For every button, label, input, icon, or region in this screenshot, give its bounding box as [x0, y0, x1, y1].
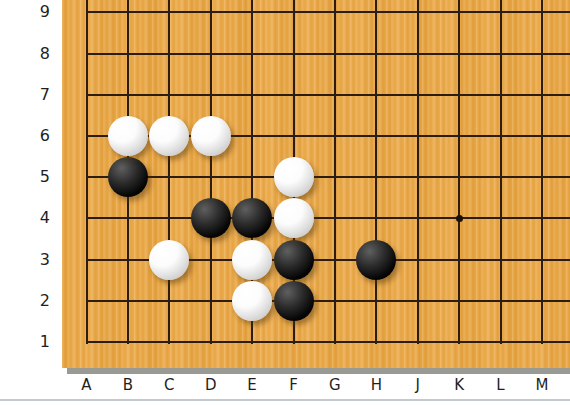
grid-line-vertical-A [86, 0, 88, 344]
go-board-panel: 987654321 ABCDEFGHJKLM [0, 0, 570, 405]
black-stone-E4[interactable] [232, 198, 272, 238]
column-label-J: J [403, 376, 433, 394]
white-stone-F4[interactable] [274, 198, 314, 238]
column-label-K: K [444, 376, 474, 394]
black-stone-F3[interactable] [274, 240, 314, 280]
row-label-9: 9 [0, 1, 50, 23]
white-stone-E2[interactable] [232, 281, 272, 321]
go-board[interactable] [62, 0, 570, 368]
black-stone-F2[interactable] [274, 281, 314, 321]
grid-line-horizontal-5 [86, 176, 570, 178]
row-label-3: 3 [0, 249, 50, 271]
white-stone-B6[interactable] [108, 116, 148, 156]
column-label-H: H [361, 376, 391, 394]
row-label-2: 2 [0, 290, 50, 312]
grid-line-vertical-C [168, 0, 170, 344]
row-label-5: 5 [0, 166, 50, 188]
grid-line-vertical-L [500, 0, 502, 344]
row-label-1: 1 [0, 331, 50, 353]
white-stone-C3[interactable] [149, 240, 189, 280]
white-stone-F5[interactable] [274, 157, 314, 197]
grid-line-vertical-M [541, 0, 543, 344]
column-label-M: M [527, 376, 557, 394]
star-point-K4 [456, 215, 463, 222]
column-label-F: F [279, 376, 309, 394]
column-label-C: C [154, 376, 184, 394]
white-stone-D6[interactable] [191, 116, 231, 156]
grid-line-vertical-K [458, 0, 460, 344]
column-label-G: G [320, 376, 350, 394]
grid-line-horizontal-2 [86, 300, 570, 302]
row-label-6: 6 [0, 125, 50, 147]
grid-line-horizontal-7 [86, 94, 570, 96]
white-stone-C6[interactable] [149, 116, 189, 156]
grid-line-horizontal-9 [86, 11, 570, 13]
grid-line-horizontal-8 [86, 53, 570, 55]
grid-line-horizontal-4 [86, 217, 570, 219]
white-stone-E3[interactable] [232, 240, 272, 280]
row-label-7: 7 [0, 84, 50, 106]
grid-line-vertical-G [334, 0, 336, 344]
grid-line-vertical-J [417, 0, 419, 344]
grid-line-horizontal-1 [86, 341, 570, 343]
grid-line-vertical-D [210, 0, 212, 344]
column-label-B: B [113, 376, 143, 394]
row-label-4: 4 [0, 207, 50, 229]
black-stone-H3[interactable] [356, 240, 396, 280]
row-label-8: 8 [0, 43, 50, 65]
black-stone-B5[interactable] [108, 157, 148, 197]
column-label-D: D [196, 376, 226, 394]
column-label-A: A [72, 376, 102, 394]
bottom-divider [0, 399, 570, 401]
column-label-E: E [237, 376, 267, 394]
black-stone-D4[interactable] [191, 198, 231, 238]
grid-line-vertical-H [375, 0, 377, 344]
board-shadow [67, 368, 570, 374]
column-label-L: L [486, 376, 516, 394]
